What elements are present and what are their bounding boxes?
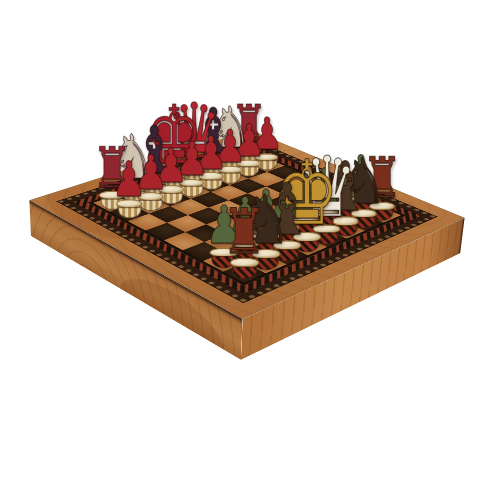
square-e8 — [286, 237, 327, 255]
square-e7 — [266, 227, 306, 245]
square-h3 — [127, 213, 167, 230]
square-h4 — [145, 223, 185, 241]
square-g5 — [186, 224, 226, 242]
square-h6 — [183, 242, 225, 261]
product-photo: ♜♞♝♛♚♝♞♜♟♟♟♟♟♟♟♟♟♟♟♟♟♟♟♟♜♞♝♛♚♝♞♜ — [0, 0, 480, 480]
square-g8 — [245, 254, 287, 274]
square-f4 — [188, 207, 227, 224]
square-d8 — [306, 229, 346, 247]
square-d6 — [266, 211, 305, 228]
square-g6 — [205, 234, 246, 252]
square-f7 — [246, 235, 287, 253]
square-h2 — [110, 204, 149, 221]
chess-box — [29, 130, 464, 319]
square-h5 — [164, 232, 205, 250]
square-e5 — [227, 209, 266, 226]
square-e6 — [246, 218, 286, 235]
square-b8 — [344, 214, 383, 231]
square-g3 — [149, 206, 188, 223]
square-f6 — [226, 226, 266, 244]
square-h8 — [223, 262, 266, 282]
square-g4 — [167, 215, 207, 232]
square-g7 — [224, 244, 266, 263]
square-f5 — [207, 216, 247, 233]
square-d7 — [286, 220, 326, 237]
square-c7 — [305, 212, 344, 229]
board-top-leather — [29, 130, 464, 319]
square-c8 — [326, 221, 366, 238]
square-h7 — [203, 252, 245, 272]
square-f8 — [266, 245, 308, 264]
